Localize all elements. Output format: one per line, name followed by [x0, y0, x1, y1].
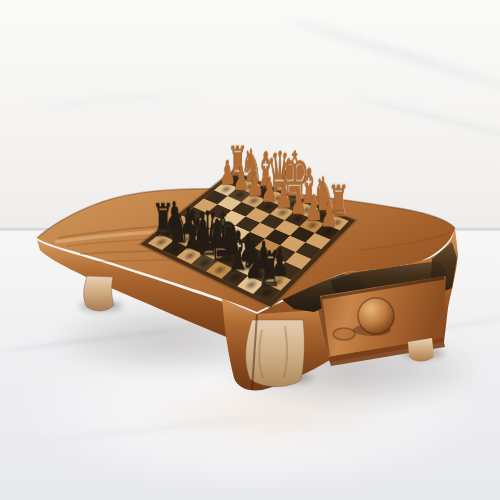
drawer-foot: [408, 338, 434, 362]
square-h8: ♜: [253, 283, 280, 302]
product-photo-scene: ♜♟♟♜♞♟♟♞♝♟♟♝♛♟♟♛♚♟♟♚♝♟♟♝♞♟♟♞♜♟♟♜: [0, 0, 500, 500]
black-rook: ♜: [255, 245, 284, 293]
chess-board: ♜♟♟♜♞♟♟♞♝♟♟♝♛♟♟♛♚♟♟♚♝♟♟♝♞♟♟♞♜♟♟♜: [148, 174, 349, 301]
chess-board-area: ♜♟♟♜♞♟♟♞♝♟♟♝♛♟♟♛♚♟♟♚♝♟♟♝♞♟♟♞♜♟♟♜: [178, 160, 322, 304]
drawer-wood-knot: [333, 328, 355, 340]
drawer-knob: [358, 298, 394, 334]
left-leg: [84, 276, 114, 311]
white-pawn: ♟: [318, 196, 340, 232]
